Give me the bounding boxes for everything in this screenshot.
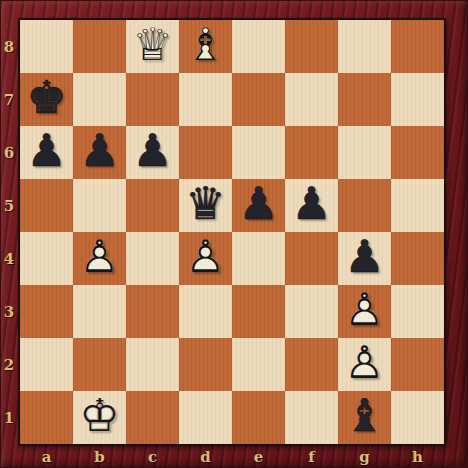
square-g5[interactable] — [338, 179, 391, 232]
square-a4[interactable] — [20, 232, 73, 285]
square-f5[interactable]: ♟ — [285, 179, 338, 232]
queen-outline-glyph: ♕ — [126, 18, 179, 71]
square-h8[interactable] — [391, 20, 444, 73]
rank-label-4: 4 — [0, 232, 18, 285]
square-f8[interactable] — [285, 20, 338, 73]
pawn-outline-glyph: ♙ — [179, 230, 232, 283]
rank-label-3: 3 — [0, 285, 18, 338]
square-c5[interactable] — [126, 179, 179, 232]
square-g7[interactable] — [338, 73, 391, 126]
square-a3[interactable] — [20, 285, 73, 338]
black-pawn-piece[interactable]: ♟ — [20, 126, 73, 179]
bishop-outline-glyph: ♗ — [179, 18, 232, 71]
black-pawn-piece[interactable]: ♟ — [73, 126, 126, 179]
square-d8[interactable]: ♝♗ — [179, 20, 232, 73]
white-queen-piece[interactable]: ♛♕ — [126, 20, 179, 73]
square-g2[interactable]: ♟♙ — [338, 338, 391, 391]
square-a5[interactable] — [20, 179, 73, 232]
square-d7[interactable] — [179, 73, 232, 126]
pawn-glyph: ♟ — [232, 177, 285, 230]
square-c4[interactable] — [126, 232, 179, 285]
black-pawn-piece[interactable]: ♟ — [232, 179, 285, 232]
white-pawn-piece[interactable]: ♟♙ — [338, 338, 391, 391]
square-d4[interactable]: ♟♙ — [179, 232, 232, 285]
black-pawn-piece[interactable]: ♟ — [126, 126, 179, 179]
file-label-h: h — [391, 446, 444, 468]
square-d5[interactable]: ♛ — [179, 179, 232, 232]
square-e4[interactable] — [232, 232, 285, 285]
pawn-outline-glyph: ♙ — [338, 336, 391, 389]
file-label-f: f — [285, 446, 338, 468]
square-c1[interactable] — [126, 391, 179, 444]
black-pawn-piece[interactable]: ♟ — [338, 232, 391, 285]
file-label-c: c — [126, 446, 179, 468]
file-labels: abcdefgh — [20, 446, 444, 468]
square-f1[interactable] — [285, 391, 338, 444]
square-c7[interactable] — [126, 73, 179, 126]
square-h7[interactable] — [391, 73, 444, 126]
square-h2[interactable] — [391, 338, 444, 391]
square-e7[interactable] — [232, 73, 285, 126]
square-e5[interactable]: ♟ — [232, 179, 285, 232]
square-b5[interactable] — [73, 179, 126, 232]
pawn-outline-glyph: ♙ — [73, 230, 126, 283]
rank-label-7: 7 — [0, 73, 18, 126]
square-g8[interactable] — [338, 20, 391, 73]
black-queen-piece[interactable]: ♛ — [179, 179, 232, 232]
square-a6[interactable]: ♟ — [20, 126, 73, 179]
square-f6[interactable] — [285, 126, 338, 179]
square-g6[interactable] — [338, 126, 391, 179]
rank-label-5: 5 — [0, 179, 18, 232]
square-g1[interactable]: ♝ — [338, 391, 391, 444]
pawn-glyph: ♟ — [73, 124, 126, 177]
file-label-b: b — [73, 446, 126, 468]
file-label-a: a — [20, 446, 73, 468]
pawn-glyph: ♟ — [20, 124, 73, 177]
square-b8[interactable] — [73, 20, 126, 73]
rank-label-8: 8 — [0, 20, 18, 73]
square-c3[interactable] — [126, 285, 179, 338]
rank-label-1: 1 — [0, 391, 18, 444]
square-g4[interactable]: ♟ — [338, 232, 391, 285]
square-b6[interactable]: ♟ — [73, 126, 126, 179]
chess-board: ♛♕♝♗♚♟♟♟♛♟♟♟♙♟♙♟♟♙♟♙♚♔♝ — [18, 18, 446, 446]
rank-label-6: 6 — [0, 126, 18, 179]
square-b3[interactable] — [73, 285, 126, 338]
white-pawn-piece[interactable]: ♟♙ — [73, 232, 126, 285]
pawn-glyph: ♟ — [126, 124, 179, 177]
square-a1[interactable] — [20, 391, 73, 444]
square-b7[interactable] — [73, 73, 126, 126]
square-b2[interactable] — [73, 338, 126, 391]
square-h5[interactable] — [391, 179, 444, 232]
square-e2[interactable] — [232, 338, 285, 391]
rank-labels: 87654321 — [0, 20, 18, 444]
bishop-glyph: ♝ — [338, 389, 391, 442]
square-d6[interactable] — [179, 126, 232, 179]
square-d2[interactable] — [179, 338, 232, 391]
square-b1[interactable]: ♚♔ — [73, 391, 126, 444]
square-b4[interactable]: ♟♙ — [73, 232, 126, 285]
square-h4[interactable] — [391, 232, 444, 285]
pawn-glyph: ♟ — [338, 230, 391, 283]
pawn-glyph: ♟ — [285, 177, 338, 230]
pawn-outline-glyph: ♙ — [338, 283, 391, 336]
black-king-piece[interactable]: ♚ — [20, 73, 73, 126]
king-outline-glyph: ♔ — [73, 389, 126, 442]
square-a8[interactable] — [20, 20, 73, 73]
black-bishop-piece[interactable]: ♝ — [338, 391, 391, 444]
file-label-e: e — [232, 446, 285, 468]
square-g3[interactable]: ♟♙ — [338, 285, 391, 338]
square-a2[interactable] — [20, 338, 73, 391]
square-d3[interactable] — [179, 285, 232, 338]
file-label-g: g — [338, 446, 391, 468]
square-h1[interactable] — [391, 391, 444, 444]
square-a7[interactable]: ♚ — [20, 73, 73, 126]
square-h6[interactable] — [391, 126, 444, 179]
queen-glyph: ♛ — [179, 177, 232, 230]
white-pawn-piece[interactable]: ♟♙ — [179, 232, 232, 285]
white-bishop-piece[interactable]: ♝♗ — [179, 20, 232, 73]
white-king-piece[interactable]: ♚♔ — [73, 391, 126, 444]
board-frame: 87654321 abcdefgh ♛♕♝♗♚♟♟♟♛♟♟♟♙♟♙♟♟♙♟♙♚♔… — [0, 0, 468, 468]
square-c6[interactable]: ♟ — [126, 126, 179, 179]
black-pawn-piece[interactable]: ♟ — [285, 179, 338, 232]
square-f7[interactable] — [285, 73, 338, 126]
rank-label-2: 2 — [0, 338, 18, 391]
square-e8[interactable] — [232, 20, 285, 73]
square-h3[interactable] — [391, 285, 444, 338]
king-glyph: ♚ — [20, 71, 73, 124]
square-d1[interactable] — [179, 391, 232, 444]
square-e6[interactable] — [232, 126, 285, 179]
white-pawn-piece[interactable]: ♟♙ — [338, 285, 391, 338]
square-e1[interactable] — [232, 391, 285, 444]
file-label-d: d — [179, 446, 232, 468]
square-c8[interactable]: ♛♕ — [126, 20, 179, 73]
square-f3[interactable] — [285, 285, 338, 338]
square-f4[interactable] — [285, 232, 338, 285]
square-c2[interactable] — [126, 338, 179, 391]
square-f2[interactable] — [285, 338, 338, 391]
square-e3[interactable] — [232, 285, 285, 338]
